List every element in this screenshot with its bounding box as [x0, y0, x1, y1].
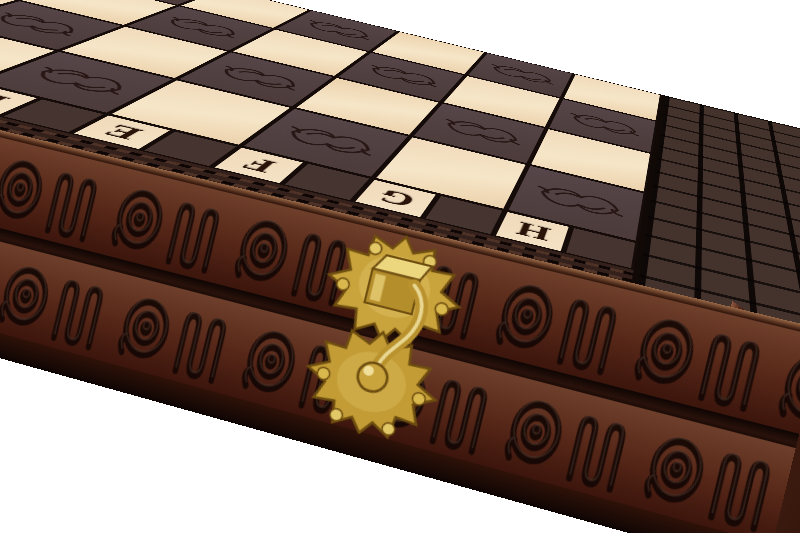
file-label: E — [95, 121, 150, 143]
file-label: G — [373, 185, 420, 211]
file-label: F — [236, 154, 283, 177]
file-label: D — [0, 89, 18, 110]
file-label: H — [512, 218, 553, 246]
photo-stage: DEFGH — [0, 0, 800, 533]
chess-box: DEFGH — [0, 130, 800, 533]
